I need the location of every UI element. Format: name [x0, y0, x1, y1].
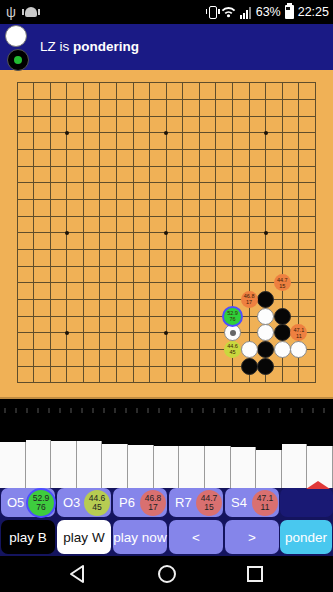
graph-tick: [114, 408, 116, 413]
winrate-histogram: [0, 439, 333, 488]
turn-green-dot: [14, 56, 22, 64]
graph-tick: [224, 408, 226, 413]
battery-percent: 63%: [256, 5, 281, 19]
candidate-P6-button[interactable]: P646.817: [113, 488, 167, 517]
analysis-hint-O5[interactable]: 52.976: [224, 308, 241, 325]
stone-white-R3: [274, 341, 291, 358]
grid-line-v: [315, 83, 316, 383]
grid-line-h: [17, 99, 316, 100]
winrate-bar: [102, 444, 128, 488]
next-button[interactable]: >: [225, 520, 279, 554]
candidate-stats-circle: 47.111: [252, 490, 278, 516]
stone-white-Q5: [257, 308, 274, 325]
candidate-stats-circle: 44.645: [84, 490, 110, 516]
grid-line-h: [17, 382, 316, 383]
graph-tick: [81, 408, 83, 413]
graph-tick: [246, 408, 248, 413]
white-stone-indicator: [5, 25, 27, 47]
graph-tick: [48, 408, 50, 413]
stone-black-Q6: [257, 291, 274, 308]
star-point-K10: [164, 231, 168, 235]
play-b-button[interactable]: play B: [1, 520, 55, 554]
control-panel: O552.976O344.645P646.817R744.715S447.111…: [0, 488, 333, 556]
wifi-icon: [221, 6, 236, 18]
winrate-graph-strip: [0, 399, 333, 439]
candidate-stats-circle: 44.715: [196, 490, 222, 516]
play-w-button[interactable]: play W: [57, 520, 111, 554]
graph-tick: [279, 408, 281, 413]
winrate-bar: [179, 446, 205, 488]
grid-line-v: [215, 83, 216, 383]
star-point-D16: [65, 131, 69, 135]
grid-line-v: [199, 83, 200, 383]
graph-tick: [59, 408, 61, 413]
grid-line-h: [17, 82, 316, 83]
recents-icon[interactable]: [245, 564, 265, 584]
graph-tick: [180, 408, 182, 413]
graph-tick: [136, 408, 138, 413]
graph-tick: [301, 408, 303, 413]
grid-line-h: [17, 266, 316, 267]
graph-tick: [26, 408, 28, 413]
graph-tick: [70, 408, 72, 413]
candidate-R7-button[interactable]: R744.715: [169, 488, 223, 517]
last-move-marker: [230, 330, 236, 336]
graph-tick: [147, 408, 149, 413]
star-point-D10: [65, 231, 69, 235]
winrate-bar: [26, 440, 52, 488]
graph-tick: [169, 408, 171, 413]
grid-line-h: [17, 166, 316, 167]
play-now-button[interactable]: play now: [113, 520, 167, 554]
stone-black-Q2: [257, 358, 274, 375]
more-indicator-triangle: [306, 481, 330, 489]
grid-line-h: [17, 282, 316, 283]
android-debug-icon: [25, 7, 37, 17]
winrate-bar: [231, 447, 257, 488]
star-point-Q16: [264, 131, 268, 135]
empty-candidate-slot: [280, 488, 333, 517]
winrate-bar: [205, 446, 231, 488]
graph-tick: [235, 408, 237, 413]
android-nav-bar: [0, 556, 333, 592]
winrate-bar: [77, 441, 103, 488]
candidate-stats-circle: 46.817: [140, 490, 166, 516]
graph-tick: [290, 408, 292, 413]
back-icon[interactable]: [68, 564, 88, 584]
stone-white-S3: [290, 341, 307, 358]
winrate-bar: [282, 444, 308, 488]
stone-black-Q3: [257, 341, 274, 358]
grid-line-h: [17, 116, 316, 117]
winrate-bar: [51, 441, 77, 488]
winrate-bar: [256, 450, 282, 488]
grid-line-v: [249, 83, 250, 383]
prev-button[interactable]: <: [169, 520, 223, 554]
graph-tick: [323, 408, 325, 413]
candidate-stats-circle: 52.976: [28, 490, 54, 516]
stone-white-P3: [241, 341, 258, 358]
grid-line-v: [182, 83, 183, 383]
grid-line-h: [17, 216, 316, 217]
grid-line-h: [17, 149, 316, 150]
home-icon[interactable]: [157, 564, 177, 584]
black-stone-indicator: [7, 49, 29, 71]
candidate-O5-button[interactable]: O552.976: [1, 488, 55, 517]
ponder-button[interactable]: ponder: [280, 520, 332, 554]
candidate-S4-button[interactable]: S447.111: [225, 488, 279, 517]
graph-tick: [312, 408, 314, 413]
candidate-move-label: P6: [119, 495, 135, 510]
graph-tick: [257, 408, 259, 413]
candidate-move-label: S4: [231, 495, 247, 510]
stone-black-R4: [274, 324, 291, 341]
star-point-Q10: [264, 231, 268, 235]
candidate-O3-button[interactable]: O344.645: [57, 488, 111, 517]
clock: 22:25: [298, 5, 329, 19]
engine-status-text: LZ is pondering: [40, 24, 139, 70]
star-point-K16: [164, 131, 168, 135]
graph-tick: [202, 408, 204, 413]
graph-tick: [191, 408, 193, 413]
analysis-hint-O3[interactable]: 44.645: [224, 341, 241, 358]
grid-line-h: [17, 249, 316, 250]
graph-tick: [37, 408, 39, 413]
winrate-bar: [154, 446, 180, 488]
graph-tick: [92, 408, 94, 413]
graph-tick: [103, 408, 105, 413]
grid-line-h: [17, 199, 316, 200]
graph-tick: [158, 408, 160, 413]
graph-tick: [4, 408, 6, 413]
grid-line-h: [17, 182, 316, 183]
graph-tick: [15, 408, 17, 413]
battery-icon: [285, 5, 294, 19]
graph-tick: [213, 408, 215, 413]
star-point-D4: [65, 331, 69, 335]
vibrate-icon: [209, 6, 217, 19]
stone-black-P2: [241, 358, 258, 375]
candidate-move-label: R7: [175, 495, 192, 510]
winrate-bar: [128, 445, 154, 488]
winrate-bar: [0, 442, 26, 488]
app-screen: ψ 63% 22:25 LZ is pondering 5: [0, 0, 333, 592]
analysis-hint-S4[interactable]: 47.111: [290, 324, 307, 341]
status-bar: ψ 63% 22:25: [0, 0, 333, 24]
go-board[interactable]: 52.97644.64546.81744.71547.111: [0, 70, 333, 399]
analysis-hint-P6[interactable]: 46.817: [241, 291, 258, 308]
stone-white-Q4: [257, 324, 274, 341]
candidate-move-label: O3: [63, 495, 80, 510]
candidate-move-label: O5: [7, 495, 24, 510]
usb-icon: ψ: [6, 0, 16, 24]
star-point-K4: [164, 331, 168, 335]
graph-tick: [125, 408, 127, 413]
signal-icon: [240, 6, 252, 19]
analysis-hint-R7[interactable]: 44.715: [274, 274, 291, 291]
stone-black-R5: [274, 308, 291, 325]
graph-tick: [268, 408, 270, 413]
